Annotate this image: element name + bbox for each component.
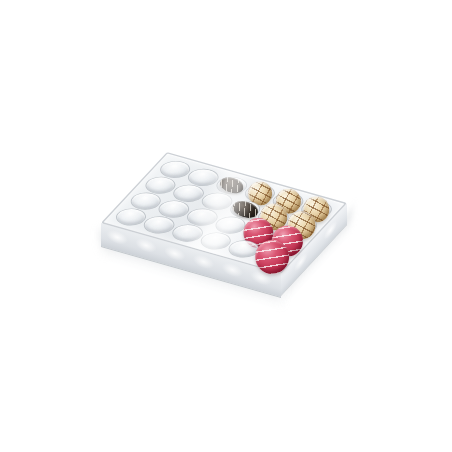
product-photo	[0, 0, 452, 452]
chocolate-pink	[256, 240, 290, 274]
